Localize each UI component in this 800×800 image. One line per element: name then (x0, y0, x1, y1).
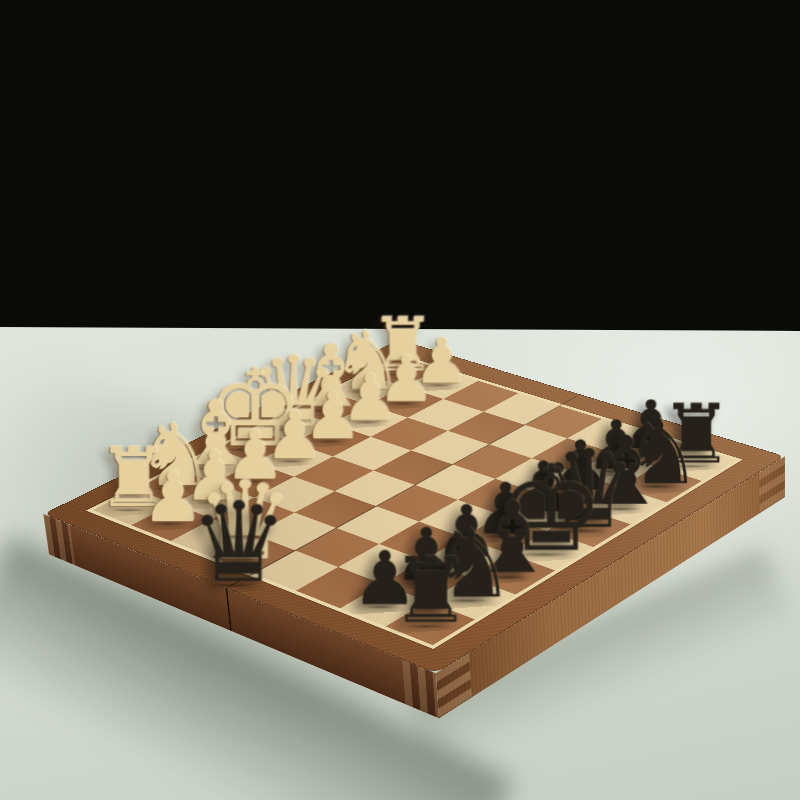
photo-canvas: { "game": "chess", "scene": { "setting":… (0, 0, 800, 800)
scene: ♜♞♟♝♟♛♟♚♟♝♟♞♟♟♜♟♟♜♟♟♞♟♝♟♛♛♟♚♛♟♝♟♞♜ (0, 0, 800, 800)
chessboard: ♜♞♟♝♟♛♟♚♟♝♟♞♟♟♜♟♟♜♟♟♞♟♝♟♛♛♟♚♛♟♝♟♞♜ (43, 340, 785, 674)
